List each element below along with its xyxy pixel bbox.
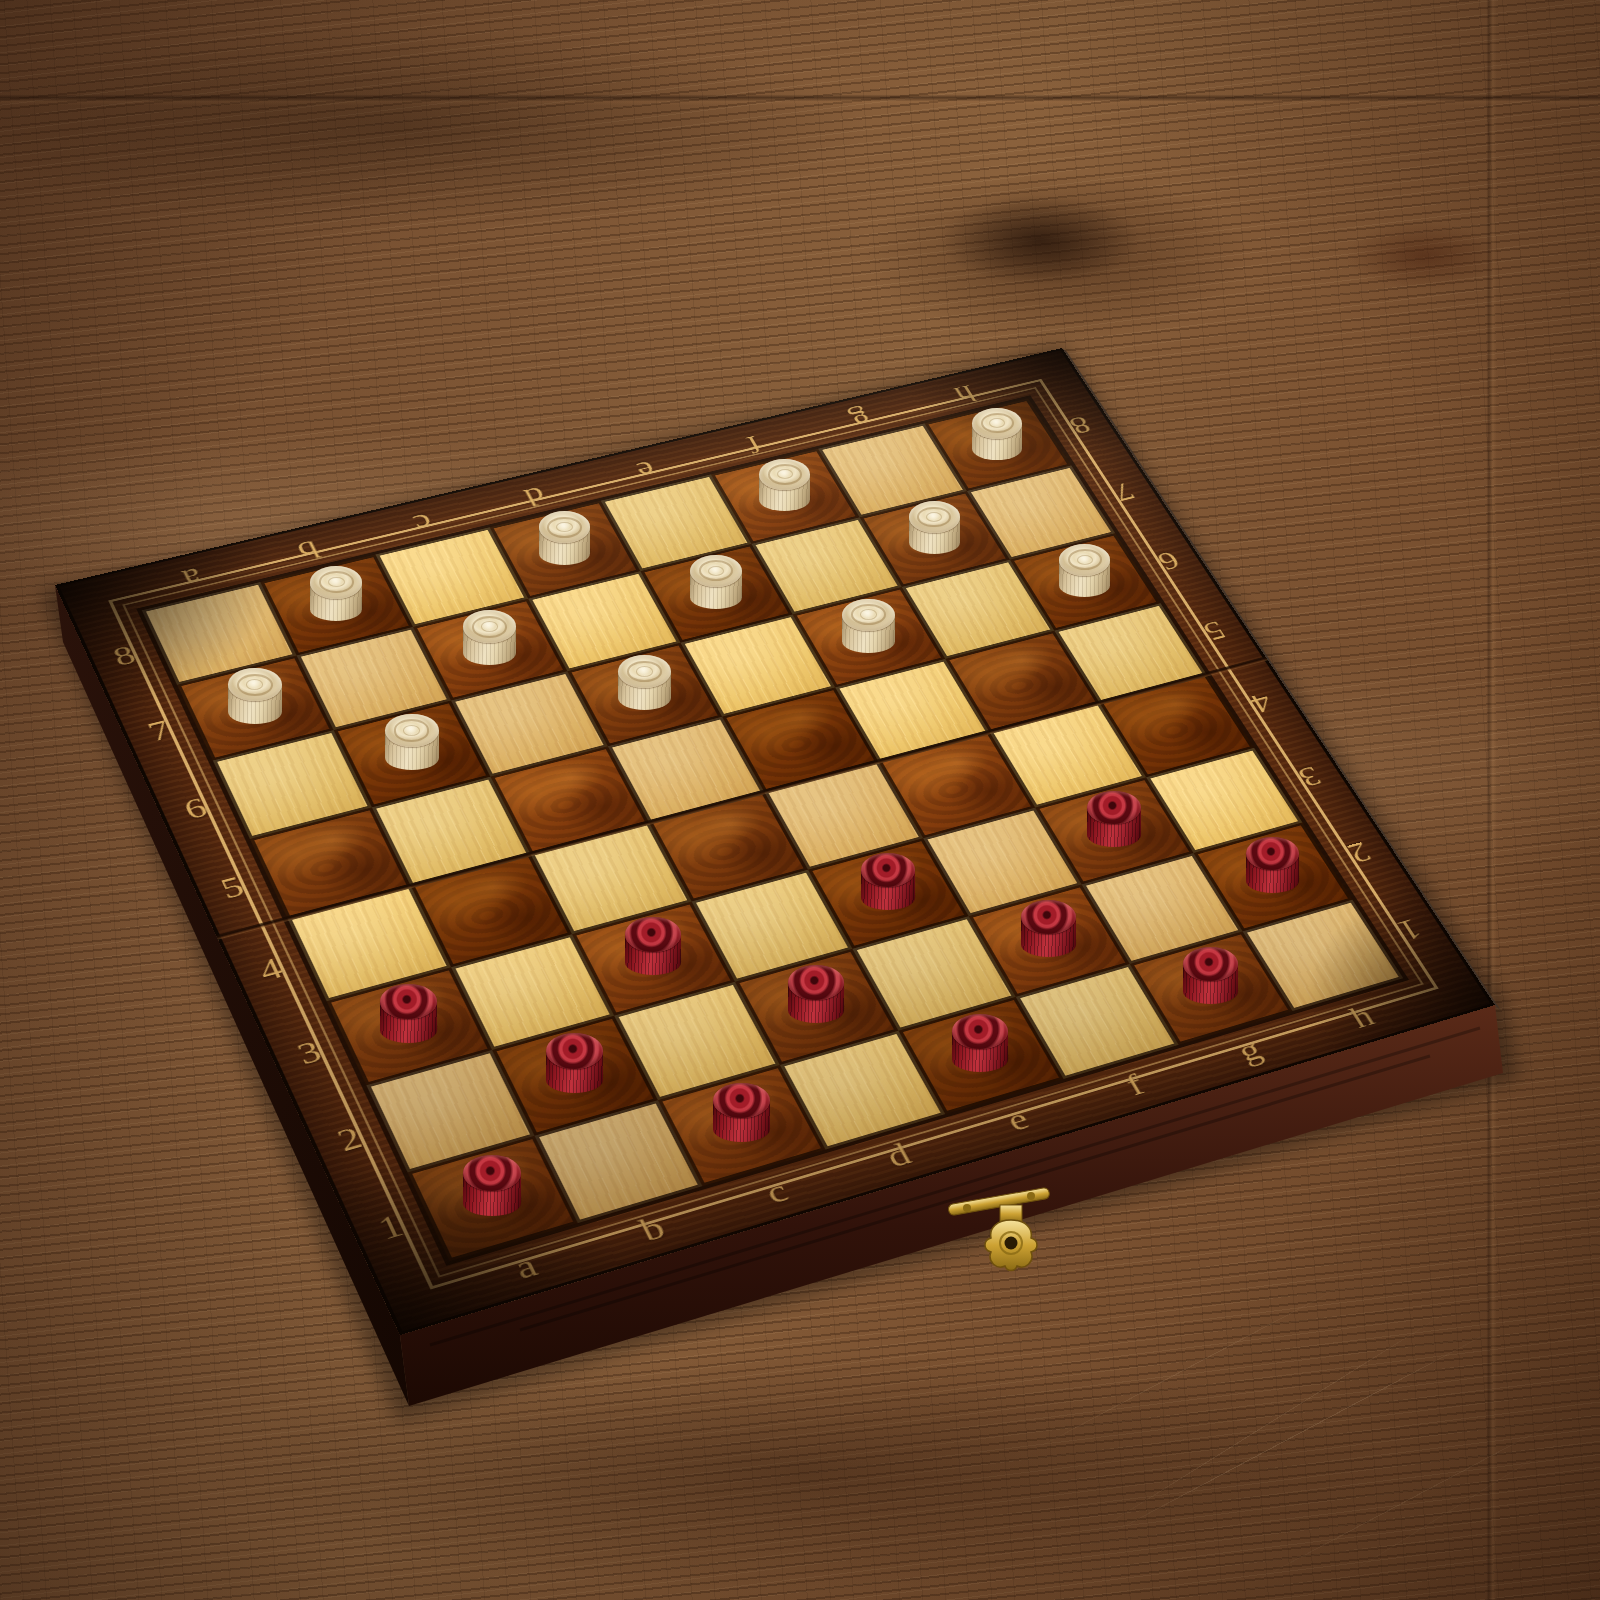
file-label-top-g: g bbox=[845, 406, 875, 431]
file-label-top-c: c bbox=[409, 509, 437, 535]
rank-label-left-7: 7 bbox=[144, 716, 175, 745]
photo-scene: aabbccddeeffgghh1122334455667788 bbox=[0, 0, 1600, 1600]
file-label-bottom-b: b bbox=[635, 1212, 669, 1246]
file-label-bottom-e: e bbox=[1002, 1104, 1034, 1136]
rank-label-right-1: 1 bbox=[1393, 914, 1427, 944]
file-label-top-d: d bbox=[520, 482, 550, 508]
rank-label-left-8: 8 bbox=[109, 641, 139, 669]
rank-label-left-4: 4 bbox=[254, 953, 286, 985]
file-label-top-h: h bbox=[950, 381, 980, 406]
rank-label-right-5: 5 bbox=[1198, 617, 1230, 644]
rank-label-right-8: 8 bbox=[1065, 412, 1095, 437]
rank-label-left-5: 5 bbox=[217, 872, 249, 903]
rank-label-right-6: 6 bbox=[1153, 547, 1184, 573]
file-label-bottom-c: c bbox=[761, 1175, 793, 1208]
file-label-bottom-h: h bbox=[1345, 1001, 1379, 1032]
rank-label-right-7: 7 bbox=[1108, 478, 1139, 504]
file-label-bottom-f: f bbox=[1121, 1070, 1149, 1100]
file-label-bottom-a: a bbox=[510, 1250, 542, 1284]
rank-label-left-2: 2 bbox=[333, 1122, 366, 1156]
rank-label-left-6: 6 bbox=[180, 793, 211, 823]
rank-label-left-3: 3 bbox=[293, 1037, 326, 1070]
rank-label-left-1: 1 bbox=[374, 1210, 408, 1245]
file-label-top-b: b bbox=[293, 536, 323, 563]
file-label-top-f: f bbox=[742, 431, 766, 455]
file-label-bottom-d: d bbox=[881, 1139, 915, 1172]
rank-label-right-3: 3 bbox=[1293, 762, 1326, 791]
rank-label-right-4: 4 bbox=[1245, 688, 1277, 716]
rank-label-right-2: 2 bbox=[1342, 837, 1375, 866]
file-label-top-a: a bbox=[178, 563, 206, 590]
file-label-top-e: e bbox=[631, 457, 659, 483]
file-label-bottom-g: g bbox=[1232, 1035, 1266, 1067]
